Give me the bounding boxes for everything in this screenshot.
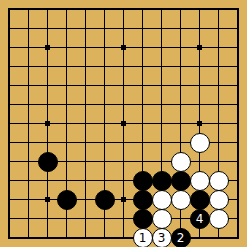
black-stone <box>133 209 153 229</box>
white-stone-move-3: 3 <box>152 228 172 247</box>
black-stone <box>190 190 210 210</box>
white-stone <box>209 190 229 210</box>
white-stone <box>190 133 210 153</box>
white-stone-move-1: 1 <box>133 228 153 247</box>
move-number: 2 <box>177 232 185 244</box>
white-stone <box>209 209 229 229</box>
black-stone <box>57 190 77 210</box>
black-stone-move-2: 2 <box>171 228 191 247</box>
black-stone <box>133 171 153 191</box>
white-stone <box>209 171 229 191</box>
black-stone <box>38 152 58 172</box>
move-number: 3 <box>158 232 166 244</box>
move-number: 1 <box>139 232 147 244</box>
move-number: 4 <box>196 213 204 225</box>
black-stone-move-4: 4 <box>190 209 210 229</box>
black-stone <box>171 171 191 191</box>
black-stone <box>133 190 153 210</box>
white-stone <box>152 209 172 229</box>
white-stone <box>171 152 191 172</box>
white-stone <box>171 190 191 210</box>
black-stone <box>95 190 115 210</box>
stones-grid: 4213 <box>0 0 247 247</box>
go-board-diagram: 4213 <box>0 0 247 247</box>
white-stone <box>152 190 172 210</box>
white-stone <box>190 171 210 191</box>
black-stone <box>152 171 172 191</box>
